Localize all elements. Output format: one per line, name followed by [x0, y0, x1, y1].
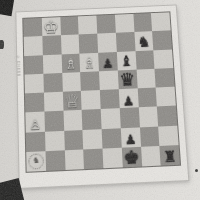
square-e4[interactable] [100, 89, 120, 109]
square-c4[interactable]: ♕ [62, 91, 81, 111]
square-e7[interactable] [97, 33, 116, 52]
square-e1[interactable] [102, 147, 122, 168]
square-g3[interactable] [138, 107, 158, 127]
square-d3[interactable] [82, 109, 102, 129]
square-h6[interactable] [154, 49, 174, 69]
square-c7[interactable] [60, 35, 79, 54]
square-b6[interactable] [43, 54, 62, 74]
square-e3[interactable] [101, 108, 121, 128]
square-g5[interactable] [136, 69, 156, 89]
square-h1[interactable]: ♜ [160, 145, 180, 166]
photo-artifact-bottom-right [195, 169, 198, 172]
square-b4[interactable] [44, 92, 63, 112]
square-a1[interactable]: ♞ [26, 151, 46, 172]
square-a8[interactable] [23, 18, 42, 37]
square-b1[interactable] [45, 150, 65, 171]
square-g6[interactable] [135, 50, 155, 70]
square-f5[interactable]: ♛ [118, 69, 138, 89]
square-d6[interactable]: ♗ [80, 52, 99, 72]
square-d1[interactable] [83, 148, 103, 169]
piece-white-pawn[interactable]: ♙ [29, 119, 41, 131]
square-h8[interactable] [151, 12, 170, 31]
square-b2[interactable] [45, 130, 65, 151]
square-b5[interactable] [43, 73, 62, 93]
square-g2[interactable] [139, 126, 159, 147]
piece-white-queen[interactable]: ♕ [64, 93, 81, 110]
square-f2[interactable]: ♟ [121, 127, 141, 148]
square-c2[interactable] [64, 130, 84, 151]
square-d5[interactable] [80, 71, 99, 91]
square-e5[interactable] [99, 70, 119, 90]
board-grid: ♔♞♗♗♟♝♛♕♟♙♟♞♚♜ [22, 11, 181, 173]
screenshot-root: © CHESS ♔♞♗♗♟♝♛♕♟♙♟♞♚♜ [0, 0, 200, 200]
square-f3[interactable] [120, 108, 140, 128]
board-logo-knight-stamp: ♞ [28, 153, 44, 169]
square-h4[interactable] [156, 87, 176, 107]
square-c8[interactable] [60, 16, 79, 35]
photo-artifact-left-edge [0, 40, 4, 49]
piece-white-bishop[interactable]: ♗ [64, 58, 78, 72]
square-a3[interactable]: ♙ [25, 112, 44, 132]
square-f1[interactable]: ♚ [122, 147, 142, 168]
square-d7[interactable] [79, 34, 98, 53]
piece-black-pawn[interactable]: ♟ [124, 134, 136, 146]
square-b7[interactable] [42, 35, 61, 54]
square-f4[interactable]: ♟ [119, 88, 139, 108]
square-g7[interactable]: ♞ [134, 31, 154, 50]
square-h2[interactable] [158, 125, 178, 146]
square-a4[interactable] [25, 93, 44, 113]
square-c3[interactable] [63, 110, 83, 130]
piece-white-king[interactable]: ♔ [43, 19, 59, 35]
piece-black-king[interactable]: ♚ [123, 149, 140, 166]
piece-black-pawn[interactable]: ♟ [102, 58, 114, 70]
piece-black-rook[interactable]: ♜ [163, 150, 178, 165]
square-g1[interactable] [141, 146, 161, 167]
square-a6[interactable] [24, 55, 43, 75]
piece-black-pawn[interactable]: ♟ [122, 95, 134, 107]
square-e2[interactable] [102, 128, 122, 149]
square-a2[interactable] [26, 131, 46, 152]
piece-black-knight[interactable]: ♞ [137, 36, 151, 50]
piece-white-bishop[interactable]: ♗ [82, 57, 96, 71]
square-g8[interactable] [133, 13, 152, 32]
square-d2[interactable] [83, 129, 103, 150]
square-d4[interactable] [81, 90, 101, 110]
piece-black-queen[interactable]: ♛ [119, 71, 136, 88]
square-b3[interactable] [44, 111, 64, 131]
square-a7[interactable] [24, 36, 43, 55]
square-d8[interactable] [78, 16, 97, 35]
photo-artifact-top-left [0, 0, 14, 16]
square-e6[interactable]: ♟ [98, 52, 117, 72]
square-e8[interactable] [96, 15, 115, 34]
square-h3[interactable] [157, 106, 177, 126]
board-edge-text: © CHESS [17, 54, 20, 76]
square-f7[interactable] [116, 32, 135, 51]
square-c6[interactable]: ♗ [61, 53, 80, 73]
square-a5[interactable] [24, 74, 43, 94]
square-h5[interactable] [155, 68, 175, 88]
square-c1[interactable] [64, 149, 84, 170]
square-b8[interactable]: ♔ [42, 17, 61, 36]
square-f6[interactable]: ♝ [117, 51, 137, 71]
square-f8[interactable] [115, 14, 134, 33]
board-photo: © CHESS ♔♞♗♗♟♝♛♕♟♙♟♞♚♜ [16, 5, 188, 187]
piece-black-bishop[interactable]: ♝ [119, 55, 133, 69]
chess-board: © CHESS ♔♞♗♗♟♝♛♕♟♙♟♞♚♜ [16, 5, 188, 187]
square-h7[interactable] [152, 31, 172, 50]
square-g4[interactable] [137, 88, 157, 108]
square-c5[interactable] [62, 72, 81, 92]
